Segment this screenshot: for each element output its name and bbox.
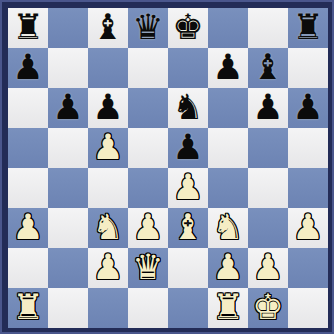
square-b5[interactable]: [48, 128, 88, 168]
chess-board: ♜♝♛♚♜♟♟♝♟♟♞♟♟♟♟♟♟♞♟♝♞♟♟♛♟♟♜♜♚: [8, 8, 328, 328]
square-f6[interactable]: [208, 88, 248, 128]
square-a5[interactable]: [8, 128, 48, 168]
square-g7[interactable]: ♝: [248, 48, 288, 88]
piece-black-pawn: ♟: [292, 88, 323, 127]
square-d8[interactable]: ♛: [128, 8, 168, 48]
chess-board-frame: ♜♝♛♚♜♟♟♝♟♟♞♟♟♟♟♟♟♞♟♝♞♟♟♛♟♟♜♜♚: [0, 0, 334, 334]
square-h1[interactable]: [288, 288, 328, 328]
piece-white-king: ♚: [252, 288, 283, 327]
square-g2[interactable]: ♟: [248, 248, 288, 288]
square-a1[interactable]: ♜: [8, 288, 48, 328]
square-e3[interactable]: ♝: [168, 208, 208, 248]
square-b2[interactable]: [48, 248, 88, 288]
square-d4[interactable]: [128, 168, 168, 208]
square-a7[interactable]: ♟: [8, 48, 48, 88]
piece-white-rook: ♜: [212, 288, 243, 327]
square-g8[interactable]: [248, 8, 288, 48]
piece-white-knight: ♞: [212, 208, 243, 247]
square-c8[interactable]: ♝: [88, 8, 128, 48]
piece-black-bishop: ♝: [252, 48, 283, 87]
piece-white-pawn: ♟: [292, 208, 323, 247]
square-e5[interactable]: ♟: [168, 128, 208, 168]
piece-black-rook: ♜: [12, 8, 43, 47]
square-f1[interactable]: ♜: [208, 288, 248, 328]
square-c4[interactable]: [88, 168, 128, 208]
piece-black-pawn: ♟: [12, 48, 43, 87]
square-g6[interactable]: ♟: [248, 88, 288, 128]
square-d5[interactable]: [128, 128, 168, 168]
square-a8[interactable]: ♜: [8, 8, 48, 48]
square-a4[interactable]: [8, 168, 48, 208]
square-c7[interactable]: [88, 48, 128, 88]
square-b7[interactable]: [48, 48, 88, 88]
square-a2[interactable]: [8, 248, 48, 288]
piece-white-pawn: ♟: [212, 248, 243, 287]
square-h3[interactable]: ♟: [288, 208, 328, 248]
square-d2[interactable]: ♛: [128, 248, 168, 288]
piece-white-pawn: ♟: [252, 248, 283, 287]
square-d7[interactable]: [128, 48, 168, 88]
square-g4[interactable]: [248, 168, 288, 208]
piece-black-pawn: ♟: [52, 88, 83, 127]
square-g3[interactable]: [248, 208, 288, 248]
square-h5[interactable]: [288, 128, 328, 168]
square-e2[interactable]: [168, 248, 208, 288]
piece-black-pawn: ♟: [92, 88, 123, 127]
square-h2[interactable]: [288, 248, 328, 288]
piece-white-pawn: ♟: [132, 208, 163, 247]
square-d6[interactable]: [128, 88, 168, 128]
square-a6[interactable]: [8, 88, 48, 128]
square-f7[interactable]: ♟: [208, 48, 248, 88]
square-e6[interactable]: ♞: [168, 88, 208, 128]
piece-black-knight: ♞: [172, 88, 203, 127]
piece-black-rook: ♜: [292, 8, 323, 47]
square-e8[interactable]: ♚: [168, 8, 208, 48]
piece-white-rook: ♜: [12, 288, 43, 327]
square-d3[interactable]: ♟: [128, 208, 168, 248]
piece-white-pawn: ♟: [172, 168, 203, 207]
square-c5[interactable]: ♟: [88, 128, 128, 168]
piece-white-pawn: ♟: [92, 248, 123, 287]
square-c1[interactable]: [88, 288, 128, 328]
square-b4[interactable]: [48, 168, 88, 208]
square-c3[interactable]: ♞: [88, 208, 128, 248]
piece-white-knight: ♞: [92, 208, 123, 247]
piece-white-pawn: ♟: [92, 128, 123, 167]
square-f8[interactable]: [208, 8, 248, 48]
square-f3[interactable]: ♞: [208, 208, 248, 248]
square-d1[interactable]: [128, 288, 168, 328]
square-b1[interactable]: [48, 288, 88, 328]
piece-black-pawn: ♟: [172, 128, 203, 167]
square-h6[interactable]: ♟: [288, 88, 328, 128]
square-b8[interactable]: [48, 8, 88, 48]
square-e1[interactable]: [168, 288, 208, 328]
square-g1[interactable]: ♚: [248, 288, 288, 328]
piece-black-pawn: ♟: [212, 48, 243, 87]
piece-black-bishop: ♝: [92, 8, 123, 47]
square-c6[interactable]: ♟: [88, 88, 128, 128]
square-f4[interactable]: [208, 168, 248, 208]
square-h8[interactable]: ♜: [288, 8, 328, 48]
square-g5[interactable]: [248, 128, 288, 168]
piece-white-pawn: ♟: [12, 208, 43, 247]
square-h7[interactable]: [288, 48, 328, 88]
square-f5[interactable]: [208, 128, 248, 168]
square-c2[interactable]: ♟: [88, 248, 128, 288]
piece-black-king: ♚: [172, 8, 203, 47]
square-h4[interactable]: [288, 168, 328, 208]
square-f2[interactable]: ♟: [208, 248, 248, 288]
piece-black-queen: ♛: [132, 8, 163, 47]
piece-black-pawn: ♟: [252, 88, 283, 127]
square-e4[interactable]: ♟: [168, 168, 208, 208]
square-a3[interactable]: ♟: [8, 208, 48, 248]
piece-white-queen: ♛: [132, 248, 163, 287]
square-e7[interactable]: [168, 48, 208, 88]
square-b6[interactable]: ♟: [48, 88, 88, 128]
square-b3[interactable]: [48, 208, 88, 248]
piece-white-bishop: ♝: [172, 208, 203, 247]
